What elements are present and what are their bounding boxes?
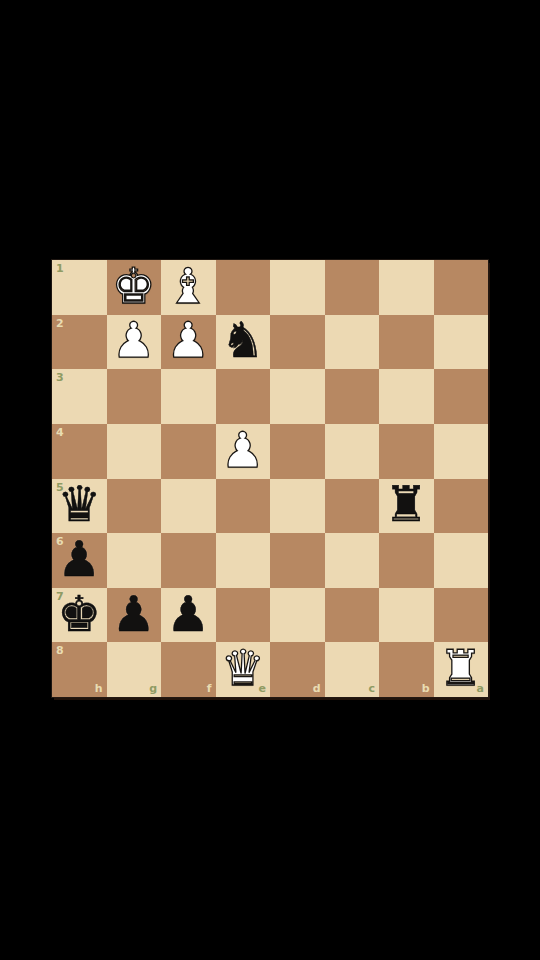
square-d5[interactable] bbox=[270, 479, 325, 534]
white-pawn[interactable]: ♟ bbox=[166, 316, 210, 365]
app-background: 1♚♝2♟♟♞34♟5♛♜6♟7♚♟♟8hgfe♛dcba♜ bbox=[0, 0, 540, 960]
square-g8[interactable]: g bbox=[107, 642, 162, 697]
white-king[interactable]: ♚ bbox=[112, 262, 156, 311]
file-label-d: d bbox=[313, 683, 321, 694]
square-d2[interactable] bbox=[270, 315, 325, 370]
square-e7[interactable] bbox=[216, 588, 271, 643]
square-d3[interactable] bbox=[270, 369, 325, 424]
square-a7[interactable] bbox=[434, 588, 489, 643]
black-knight[interactable]: ♞ bbox=[221, 316, 265, 365]
square-c7[interactable] bbox=[325, 588, 380, 643]
square-a2[interactable] bbox=[434, 315, 489, 370]
white-rook[interactable]: ♜ bbox=[439, 644, 483, 693]
file-label-g: g bbox=[149, 683, 157, 694]
square-c6[interactable] bbox=[325, 533, 380, 588]
square-d8[interactable]: d bbox=[270, 642, 325, 697]
file-label-c: c bbox=[368, 683, 375, 694]
square-c1[interactable] bbox=[325, 260, 380, 315]
square-g2[interactable]: ♟ bbox=[107, 315, 162, 370]
square-f5[interactable] bbox=[161, 479, 216, 534]
square-f7[interactable]: ♟ bbox=[161, 588, 216, 643]
square-c3[interactable] bbox=[325, 369, 380, 424]
square-c4[interactable] bbox=[325, 424, 380, 479]
square-e4[interactable]: ♟ bbox=[216, 424, 271, 479]
rank-label-3: 3 bbox=[56, 372, 64, 383]
rank-label-4: 4 bbox=[56, 427, 64, 438]
square-d7[interactable] bbox=[270, 588, 325, 643]
square-e2[interactable]: ♞ bbox=[216, 315, 271, 370]
square-b4[interactable] bbox=[379, 424, 434, 479]
square-b3[interactable] bbox=[379, 369, 434, 424]
square-f3[interactable] bbox=[161, 369, 216, 424]
white-bishop[interactable]: ♝ bbox=[166, 262, 210, 311]
square-f4[interactable] bbox=[161, 424, 216, 479]
square-e6[interactable] bbox=[216, 533, 271, 588]
square-a4[interactable] bbox=[434, 424, 489, 479]
square-c8[interactable]: c bbox=[325, 642, 380, 697]
rank-label-8: 8 bbox=[56, 645, 64, 656]
white-pawn[interactable]: ♟ bbox=[221, 426, 265, 475]
square-a1[interactable] bbox=[434, 260, 489, 315]
square-c2[interactable] bbox=[325, 315, 380, 370]
square-b7[interactable] bbox=[379, 588, 434, 643]
square-a6[interactable] bbox=[434, 533, 489, 588]
rank-label-2: 2 bbox=[56, 318, 64, 329]
square-g7[interactable]: ♟ bbox=[107, 588, 162, 643]
file-label-b: b bbox=[422, 683, 430, 694]
square-h5[interactable]: 5♛ bbox=[52, 479, 107, 534]
white-queen[interactable]: ♛ bbox=[221, 644, 265, 693]
square-e5[interactable] bbox=[216, 479, 271, 534]
rank-label-1: 1 bbox=[56, 263, 64, 274]
black-pawn[interactable]: ♟ bbox=[166, 590, 210, 639]
square-h1[interactable]: 1 bbox=[52, 260, 107, 315]
square-g1[interactable]: ♚ bbox=[107, 260, 162, 315]
square-e3[interactable] bbox=[216, 369, 271, 424]
square-f1[interactable]: ♝ bbox=[161, 260, 216, 315]
square-b2[interactable] bbox=[379, 315, 434, 370]
square-g5[interactable] bbox=[107, 479, 162, 534]
square-f6[interactable] bbox=[161, 533, 216, 588]
square-e1[interactable] bbox=[216, 260, 271, 315]
square-a5[interactable] bbox=[434, 479, 489, 534]
square-b1[interactable] bbox=[379, 260, 434, 315]
black-rook[interactable]: ♜ bbox=[384, 480, 428, 529]
square-d1[interactable] bbox=[270, 260, 325, 315]
square-b8[interactable]: b bbox=[379, 642, 434, 697]
square-b5[interactable]: ♜ bbox=[379, 479, 434, 534]
square-h4[interactable]: 4 bbox=[52, 424, 107, 479]
black-queen[interactable]: ♛ bbox=[57, 480, 101, 529]
square-g3[interactable] bbox=[107, 369, 162, 424]
black-king[interactable]: ♚ bbox=[57, 590, 101, 639]
square-f2[interactable]: ♟ bbox=[161, 315, 216, 370]
square-h6[interactable]: 6♟ bbox=[52, 533, 107, 588]
black-pawn[interactable]: ♟ bbox=[57, 535, 101, 584]
square-h2[interactable]: 2 bbox=[52, 315, 107, 370]
square-a8[interactable]: a♜ bbox=[434, 642, 489, 697]
square-h7[interactable]: 7♚ bbox=[52, 588, 107, 643]
square-e8[interactable]: e♛ bbox=[216, 642, 271, 697]
square-h8[interactable]: 8h bbox=[52, 642, 107, 697]
black-pawn[interactable]: ♟ bbox=[112, 590, 156, 639]
square-g4[interactable] bbox=[107, 424, 162, 479]
square-h3[interactable]: 3 bbox=[52, 369, 107, 424]
square-f8[interactable]: f bbox=[161, 642, 216, 697]
square-c5[interactable] bbox=[325, 479, 380, 534]
chess-board: 1♚♝2♟♟♞34♟5♛♜6♟7♚♟♟8hgfe♛dcba♜ bbox=[52, 260, 488, 697]
square-d6[interactable] bbox=[270, 533, 325, 588]
square-d4[interactable] bbox=[270, 424, 325, 479]
square-g6[interactable] bbox=[107, 533, 162, 588]
file-label-h: h bbox=[95, 683, 103, 694]
square-b6[interactable] bbox=[379, 533, 434, 588]
file-label-f: f bbox=[207, 683, 212, 694]
square-a3[interactable] bbox=[434, 369, 489, 424]
white-pawn[interactable]: ♟ bbox=[112, 316, 156, 365]
